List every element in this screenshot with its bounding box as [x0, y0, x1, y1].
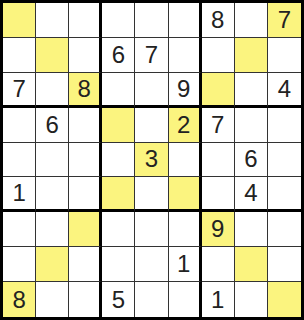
- cell-r1c7: 8: [202, 3, 235, 38]
- cell-r6c1: 1: [3, 177, 36, 212]
- cell-r9c3[interactable]: [69, 282, 102, 317]
- cell-r2c5: 7: [135, 38, 168, 73]
- cell-r1c6[interactable]: [169, 3, 202, 38]
- cell-r5c5: 3: [135, 143, 168, 178]
- cell-r1c3[interactable]: [69, 3, 102, 38]
- cell-r5c8: 6: [235, 143, 268, 178]
- cell-r6c5[interactable]: [135, 177, 168, 212]
- cell-r8c5[interactable]: [135, 247, 168, 282]
- cell-r1c5[interactable]: [135, 3, 168, 38]
- cell-r9c1: 8: [3, 282, 36, 317]
- cell-r3c9: 4: [268, 73, 301, 108]
- cell-r2c9[interactable]: [268, 38, 301, 73]
- cell-r1c1[interactable]: [3, 3, 36, 38]
- cell-r4c6: 2: [169, 108, 202, 143]
- cell-r5c7[interactable]: [202, 143, 235, 178]
- cell-r1c8[interactable]: [235, 3, 268, 38]
- cell-r3c1: 7: [3, 73, 36, 108]
- cell-r4c7: 7: [202, 108, 235, 143]
- cell-r7c1[interactable]: [3, 212, 36, 247]
- sudoku-board: 87677894627361491851: [0, 0, 304, 320]
- cell-r9c8[interactable]: [235, 282, 268, 317]
- cell-r2c6[interactable]: [169, 38, 202, 73]
- cell-r1c9: 7: [268, 3, 301, 38]
- cell-r5c2[interactable]: [36, 143, 69, 178]
- cell-r2c4: 6: [102, 38, 135, 73]
- cell-r5c3[interactable]: [69, 143, 102, 178]
- cell-r7c5[interactable]: [135, 212, 168, 247]
- cell-r7c4[interactable]: [102, 212, 135, 247]
- cell-r8c4[interactable]: [102, 247, 135, 282]
- cell-r4c2: 6: [36, 108, 69, 143]
- cell-r7c6[interactable]: [169, 212, 202, 247]
- cell-r2c1[interactable]: [3, 38, 36, 73]
- cell-r5c1[interactable]: [3, 143, 36, 178]
- cell-r7c3[interactable]: [69, 212, 102, 247]
- cell-r8c9[interactable]: [268, 247, 301, 282]
- cell-r6c6[interactable]: [169, 177, 202, 212]
- cell-r8c1[interactable]: [3, 247, 36, 282]
- cell-r8c2[interactable]: [36, 247, 69, 282]
- cell-r7c9[interactable]: [268, 212, 301, 247]
- cell-r5c9[interactable]: [268, 143, 301, 178]
- cell-r3c7[interactable]: [202, 73, 235, 108]
- cell-r9c4: 5: [102, 282, 135, 317]
- cell-r4c5[interactable]: [135, 108, 168, 143]
- cell-r2c7[interactable]: [202, 38, 235, 73]
- cell-r1c2[interactable]: [36, 3, 69, 38]
- cell-r3c3: 8: [69, 73, 102, 108]
- cell-r4c9[interactable]: [268, 108, 301, 143]
- cell-r9c6[interactable]: [169, 282, 202, 317]
- cell-r4c8[interactable]: [235, 108, 268, 143]
- cell-r6c3[interactable]: [69, 177, 102, 212]
- cell-r4c3[interactable]: [69, 108, 102, 143]
- cell-r7c7: 9: [202, 212, 235, 247]
- cell-r3c6: 9: [169, 73, 202, 108]
- cell-r3c5[interactable]: [135, 73, 168, 108]
- cell-r4c1[interactable]: [3, 108, 36, 143]
- cell-r3c8[interactable]: [235, 73, 268, 108]
- cell-r1c4[interactable]: [102, 3, 135, 38]
- cell-r8c8[interactable]: [235, 247, 268, 282]
- cell-r2c3[interactable]: [69, 38, 102, 73]
- cell-r8c3[interactable]: [69, 247, 102, 282]
- cell-r5c4[interactable]: [102, 143, 135, 178]
- cell-r3c4[interactable]: [102, 73, 135, 108]
- cell-r5c6[interactable]: [169, 143, 202, 178]
- cell-r9c5[interactable]: [135, 282, 168, 317]
- cell-r7c2[interactable]: [36, 212, 69, 247]
- cell-r4c4[interactable]: [102, 108, 135, 143]
- cell-r6c2[interactable]: [36, 177, 69, 212]
- cell-r8c6: 1: [169, 247, 202, 282]
- cell-r9c7: 1: [202, 282, 235, 317]
- cell-r6c9[interactable]: [268, 177, 301, 212]
- cell-r6c4[interactable]: [102, 177, 135, 212]
- cell-r9c9[interactable]: [268, 282, 301, 317]
- cell-r2c8[interactable]: [235, 38, 268, 73]
- cell-r8c7[interactable]: [202, 247, 235, 282]
- cell-r2c2[interactable]: [36, 38, 69, 73]
- cell-r6c7[interactable]: [202, 177, 235, 212]
- cell-r9c2[interactable]: [36, 282, 69, 317]
- cell-r3c2[interactable]: [36, 73, 69, 108]
- cell-r7c8[interactable]: [235, 212, 268, 247]
- cell-r6c8: 4: [235, 177, 268, 212]
